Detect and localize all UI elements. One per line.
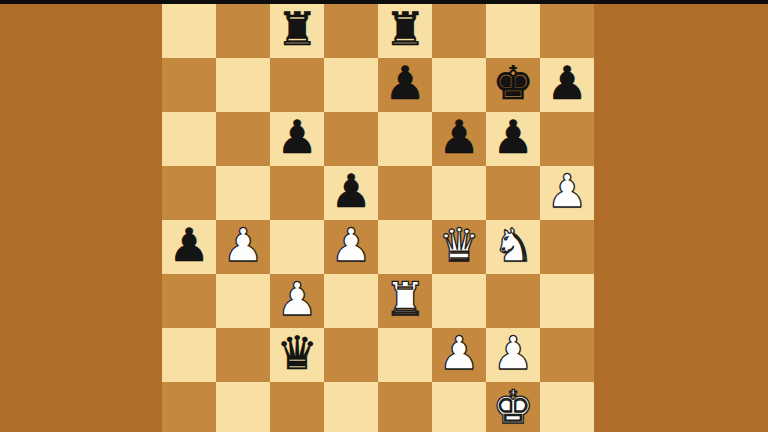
square-d5[interactable]: ♟ <box>324 166 378 220</box>
piece-black-pawn[interactable]: ♟ <box>546 56 587 110</box>
piece-black-pawn[interactable]: ♟ <box>168 218 209 272</box>
piece-white-knight[interactable]: ♞ <box>492 218 533 272</box>
square-f5[interactable] <box>432 166 486 220</box>
square-e6[interactable] <box>378 112 432 166</box>
piece-black-pawn[interactable]: ♟ <box>384 56 425 110</box>
square-c6[interactable]: ♟ <box>270 112 324 166</box>
square-g8[interactable] <box>486 4 540 58</box>
square-c8[interactable]: ♜ <box>270 4 324 58</box>
square-e5[interactable] <box>378 166 432 220</box>
piece-white-king[interactable]: ♚ <box>492 380 533 432</box>
square-h2[interactable] <box>540 328 594 382</box>
square-h5[interactable]: ♟ <box>540 166 594 220</box>
square-b3[interactable] <box>216 274 270 328</box>
square-g1[interactable]: ♚ <box>486 382 540 432</box>
square-d7[interactable] <box>324 58 378 112</box>
square-a1[interactable] <box>162 382 216 432</box>
square-a4[interactable]: ♟ <box>162 220 216 274</box>
square-f3[interactable] <box>432 274 486 328</box>
piece-white-pawn[interactable]: ♟ <box>276 272 317 326</box>
square-b6[interactable] <box>216 112 270 166</box>
square-f4[interactable]: ♛ <box>432 220 486 274</box>
square-a8[interactable] <box>162 4 216 58</box>
square-a2[interactable] <box>162 328 216 382</box>
square-e4[interactable] <box>378 220 432 274</box>
square-h3[interactable] <box>540 274 594 328</box>
piece-white-pawn[interactable]: ♟ <box>330 218 371 272</box>
square-b1[interactable] <box>216 382 270 432</box>
piece-black-pawn[interactable]: ♟ <box>330 164 371 218</box>
square-g3[interactable] <box>486 274 540 328</box>
square-b5[interactable] <box>216 166 270 220</box>
square-g5[interactable] <box>486 166 540 220</box>
chess-board: ♜♜♟♚♟♟♟♟♟♟♟♟♟♛♞♟♜♛♟♟♚ <box>162 4 594 432</box>
piece-black-king[interactable]: ♚ <box>492 56 533 110</box>
square-h1[interactable] <box>540 382 594 432</box>
square-h8[interactable] <box>540 4 594 58</box>
square-a5[interactable] <box>162 166 216 220</box>
square-d4[interactable]: ♟ <box>324 220 378 274</box>
square-f1[interactable] <box>432 382 486 432</box>
piece-black-pawn[interactable]: ♟ <box>438 110 479 164</box>
square-c3[interactable]: ♟ <box>270 274 324 328</box>
square-g7[interactable]: ♚ <box>486 58 540 112</box>
square-d1[interactable] <box>324 382 378 432</box>
square-c7[interactable] <box>270 58 324 112</box>
square-d3[interactable] <box>324 274 378 328</box>
square-f8[interactable] <box>432 4 486 58</box>
square-e8[interactable]: ♜ <box>378 4 432 58</box>
square-h7[interactable]: ♟ <box>540 58 594 112</box>
square-e7[interactable]: ♟ <box>378 58 432 112</box>
square-d8[interactable] <box>324 4 378 58</box>
square-e2[interactable] <box>378 328 432 382</box>
square-h6[interactable] <box>540 112 594 166</box>
square-f6[interactable]: ♟ <box>432 112 486 166</box>
piece-white-pawn[interactable]: ♟ <box>438 326 479 380</box>
square-b8[interactable] <box>216 4 270 58</box>
piece-black-pawn[interactable]: ♟ <box>276 110 317 164</box>
square-c4[interactable] <box>270 220 324 274</box>
square-f7[interactable] <box>432 58 486 112</box>
piece-white-queen[interactable]: ♛ <box>438 218 479 272</box>
square-e1[interactable] <box>378 382 432 432</box>
piece-white-pawn[interactable]: ♟ <box>492 326 533 380</box>
piece-black-pawn[interactable]: ♟ <box>492 110 533 164</box>
square-c1[interactable] <box>270 382 324 432</box>
square-g6[interactable]: ♟ <box>486 112 540 166</box>
square-c5[interactable] <box>270 166 324 220</box>
square-f2[interactable]: ♟ <box>432 328 486 382</box>
square-b4[interactable]: ♟ <box>216 220 270 274</box>
piece-white-pawn[interactable]: ♟ <box>546 164 587 218</box>
square-h4[interactable] <box>540 220 594 274</box>
square-a7[interactable] <box>162 58 216 112</box>
square-a3[interactable] <box>162 274 216 328</box>
square-d6[interactable] <box>324 112 378 166</box>
square-e3[interactable]: ♜ <box>378 274 432 328</box>
square-a6[interactable] <box>162 112 216 166</box>
square-g4[interactable]: ♞ <box>486 220 540 274</box>
piece-white-rook[interactable]: ♜ <box>384 272 425 326</box>
piece-black-queen[interactable]: ♛ <box>276 326 317 380</box>
piece-black-rook[interactable]: ♜ <box>276 2 317 56</box>
square-d2[interactable] <box>324 328 378 382</box>
square-c2[interactable]: ♛ <box>270 328 324 382</box>
square-g2[interactable]: ♟ <box>486 328 540 382</box>
square-b7[interactable] <box>216 58 270 112</box>
piece-white-pawn[interactable]: ♟ <box>222 218 263 272</box>
square-b2[interactable] <box>216 328 270 382</box>
piece-black-rook[interactable]: ♜ <box>384 2 425 56</box>
